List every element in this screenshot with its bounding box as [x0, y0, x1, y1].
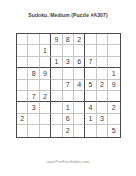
cell-r5c3	[40, 80, 51, 91]
cell-r4c7	[85, 68, 96, 79]
cell-r4c8	[97, 68, 108, 79]
cell-r5c6: 4	[74, 80, 85, 91]
cell-r4c5	[63, 68, 74, 79]
cell-r5c8: 2	[97, 80, 108, 91]
cell-r3c8	[97, 57, 108, 68]
cell-r1c1	[17, 34, 28, 45]
cell-r8c7: 1	[85, 114, 96, 125]
cell-r5c4	[51, 80, 62, 91]
cell-r2c1	[17, 45, 28, 56]
cell-r6c2: 7	[28, 91, 39, 102]
cell-r8c1: 2	[17, 114, 28, 125]
cell-r4c1	[17, 68, 28, 79]
cell-r3c1	[17, 57, 28, 68]
cell-r7c2: 3	[28, 102, 39, 113]
cell-r9c5: 2	[63, 125, 74, 136]
cell-r1c6: 2	[74, 34, 85, 45]
cell-r3c5: 3	[63, 57, 74, 68]
cell-r9c6	[74, 125, 85, 136]
cell-r8c5: 6	[63, 114, 74, 125]
cell-r2c5	[63, 45, 74, 56]
sudoku-grid: 9821136789174529723142261325	[16, 33, 121, 138]
cell-r8c6	[74, 114, 85, 125]
cell-r4c2: 8	[28, 68, 39, 79]
cell-r1c4: 9	[51, 34, 62, 45]
cell-r6c4	[51, 91, 62, 102]
cell-r5c5: 7	[63, 80, 74, 91]
cell-r2c3: 1	[40, 45, 51, 56]
cell-r1c2	[28, 34, 39, 45]
cell-r3c9	[108, 57, 119, 68]
cell-r7c4	[51, 102, 62, 113]
cell-r2c7	[85, 45, 96, 56]
cell-r7c8	[97, 102, 108, 113]
cell-r3c2	[28, 57, 39, 68]
cell-r9c2	[28, 125, 39, 136]
cell-r7c6	[74, 102, 85, 113]
cell-r7c5: 1	[63, 102, 74, 113]
cell-r3c4: 1	[51, 57, 62, 68]
cell-r3c7: 7	[85, 57, 96, 68]
cell-r5c2	[28, 80, 39, 91]
cell-r2c8	[97, 45, 108, 56]
cell-r2c4	[51, 45, 62, 56]
cell-r6c8	[97, 91, 108, 102]
cell-r6c1	[17, 91, 28, 102]
cell-r2c9	[108, 45, 119, 56]
cell-r6c7	[85, 91, 96, 102]
cell-r6c3: 2	[40, 91, 51, 102]
cell-r9c7	[85, 125, 96, 136]
cell-r2c6	[74, 45, 85, 56]
cell-r7c9: 2	[108, 102, 119, 113]
cell-r7c1	[17, 102, 28, 113]
cell-r1c5: 8	[63, 34, 74, 45]
cell-r1c7	[85, 34, 96, 45]
cell-r1c8	[97, 34, 108, 45]
cell-r9c9: 5	[108, 125, 119, 136]
cell-r9c3	[40, 125, 51, 136]
cell-r8c4	[51, 114, 62, 125]
page-title: Sudoku, Medium (Puzzle #A307)	[0, 12, 136, 18]
cell-r8c9	[108, 114, 119, 125]
sudoku-sheet: Sudoku, Medium (Puzzle #A307) 9821136789…	[0, 0, 136, 176]
cell-r7c7: 4	[85, 102, 96, 113]
cell-r5c1	[17, 80, 28, 91]
footer-url: www.PrintFreeSudoku.com	[0, 160, 136, 164]
cell-r4c4	[51, 68, 62, 79]
cell-r4c9: 1	[108, 68, 119, 79]
cell-r9c1	[17, 125, 28, 136]
cell-r6c9	[108, 91, 119, 102]
cell-r6c5	[63, 91, 74, 102]
cell-r4c6	[74, 68, 85, 79]
cell-r5c7: 5	[85, 80, 96, 91]
cell-r8c8: 3	[97, 114, 108, 125]
cell-r7c3	[40, 102, 51, 113]
cell-r8c2	[28, 114, 39, 125]
cell-r9c8	[97, 125, 108, 136]
cell-r3c6: 6	[74, 57, 85, 68]
cell-r6c6	[74, 91, 85, 102]
cell-r4c3: 9	[40, 68, 51, 79]
cell-r9c4	[51, 125, 62, 136]
cell-r5c9: 9	[108, 80, 119, 91]
cell-r2c2	[28, 45, 39, 56]
cell-r1c3	[40, 34, 51, 45]
cell-r8c3	[40, 114, 51, 125]
cell-r1c9	[108, 34, 119, 45]
cell-r3c3	[40, 57, 51, 68]
